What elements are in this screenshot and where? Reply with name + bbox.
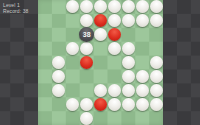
white-ball[interactable] bbox=[94, 0, 107, 13]
white-ball[interactable] bbox=[136, 0, 149, 13]
white-ball[interactable] bbox=[136, 14, 149, 27]
white-ball[interactable] bbox=[80, 112, 93, 125]
white-ball[interactable] bbox=[136, 84, 149, 97]
white-ball[interactable] bbox=[136, 70, 149, 83]
red-ball[interactable] bbox=[94, 98, 107, 111]
white-ball[interactable] bbox=[150, 56, 163, 69]
red-ball[interactable] bbox=[94, 14, 107, 27]
white-ball[interactable] bbox=[52, 56, 65, 69]
white-ball[interactable] bbox=[122, 84, 135, 97]
white-ball[interactable] bbox=[80, 14, 93, 27]
white-ball[interactable] bbox=[122, 14, 135, 27]
white-ball[interactable] bbox=[66, 98, 79, 111]
score-ball[interactable]: 38 bbox=[79, 27, 94, 42]
white-ball[interactable] bbox=[80, 0, 93, 13]
white-ball[interactable] bbox=[108, 0, 121, 13]
white-ball[interactable] bbox=[150, 98, 163, 111]
red-ball[interactable] bbox=[80, 56, 93, 69]
white-ball[interactable] bbox=[108, 14, 121, 27]
game-board[interactable]: 38 bbox=[38, 0, 163, 125]
white-ball[interactable] bbox=[122, 70, 135, 83]
white-ball[interactable] bbox=[52, 84, 65, 97]
white-ball[interactable] bbox=[66, 0, 79, 13]
white-ball[interactable] bbox=[66, 42, 79, 55]
white-ball[interactable] bbox=[136, 98, 149, 111]
white-ball[interactable] bbox=[122, 42, 135, 55]
white-ball[interactable] bbox=[52, 70, 65, 83]
white-ball[interactable] bbox=[150, 0, 163, 13]
white-ball[interactable] bbox=[108, 98, 121, 111]
white-ball[interactable] bbox=[108, 84, 121, 97]
white-ball[interactable] bbox=[108, 42, 121, 55]
white-ball[interactable] bbox=[122, 98, 135, 111]
game-background: Level 1 Record: 38 38 bbox=[0, 0, 200, 125]
red-ball[interactable] bbox=[108, 28, 121, 41]
white-ball[interactable] bbox=[122, 0, 135, 13]
white-ball[interactable] bbox=[80, 42, 93, 55]
white-ball[interactable] bbox=[122, 56, 135, 69]
record-label: Record: 38 bbox=[3, 8, 28, 14]
white-ball[interactable] bbox=[94, 28, 107, 41]
white-ball[interactable] bbox=[150, 70, 163, 83]
white-ball[interactable] bbox=[150, 84, 163, 97]
hud: Level 1 Record: 38 bbox=[3, 2, 28, 14]
white-ball[interactable] bbox=[150, 14, 163, 27]
white-ball[interactable] bbox=[80, 98, 93, 111]
white-ball[interactable] bbox=[94, 84, 107, 97]
